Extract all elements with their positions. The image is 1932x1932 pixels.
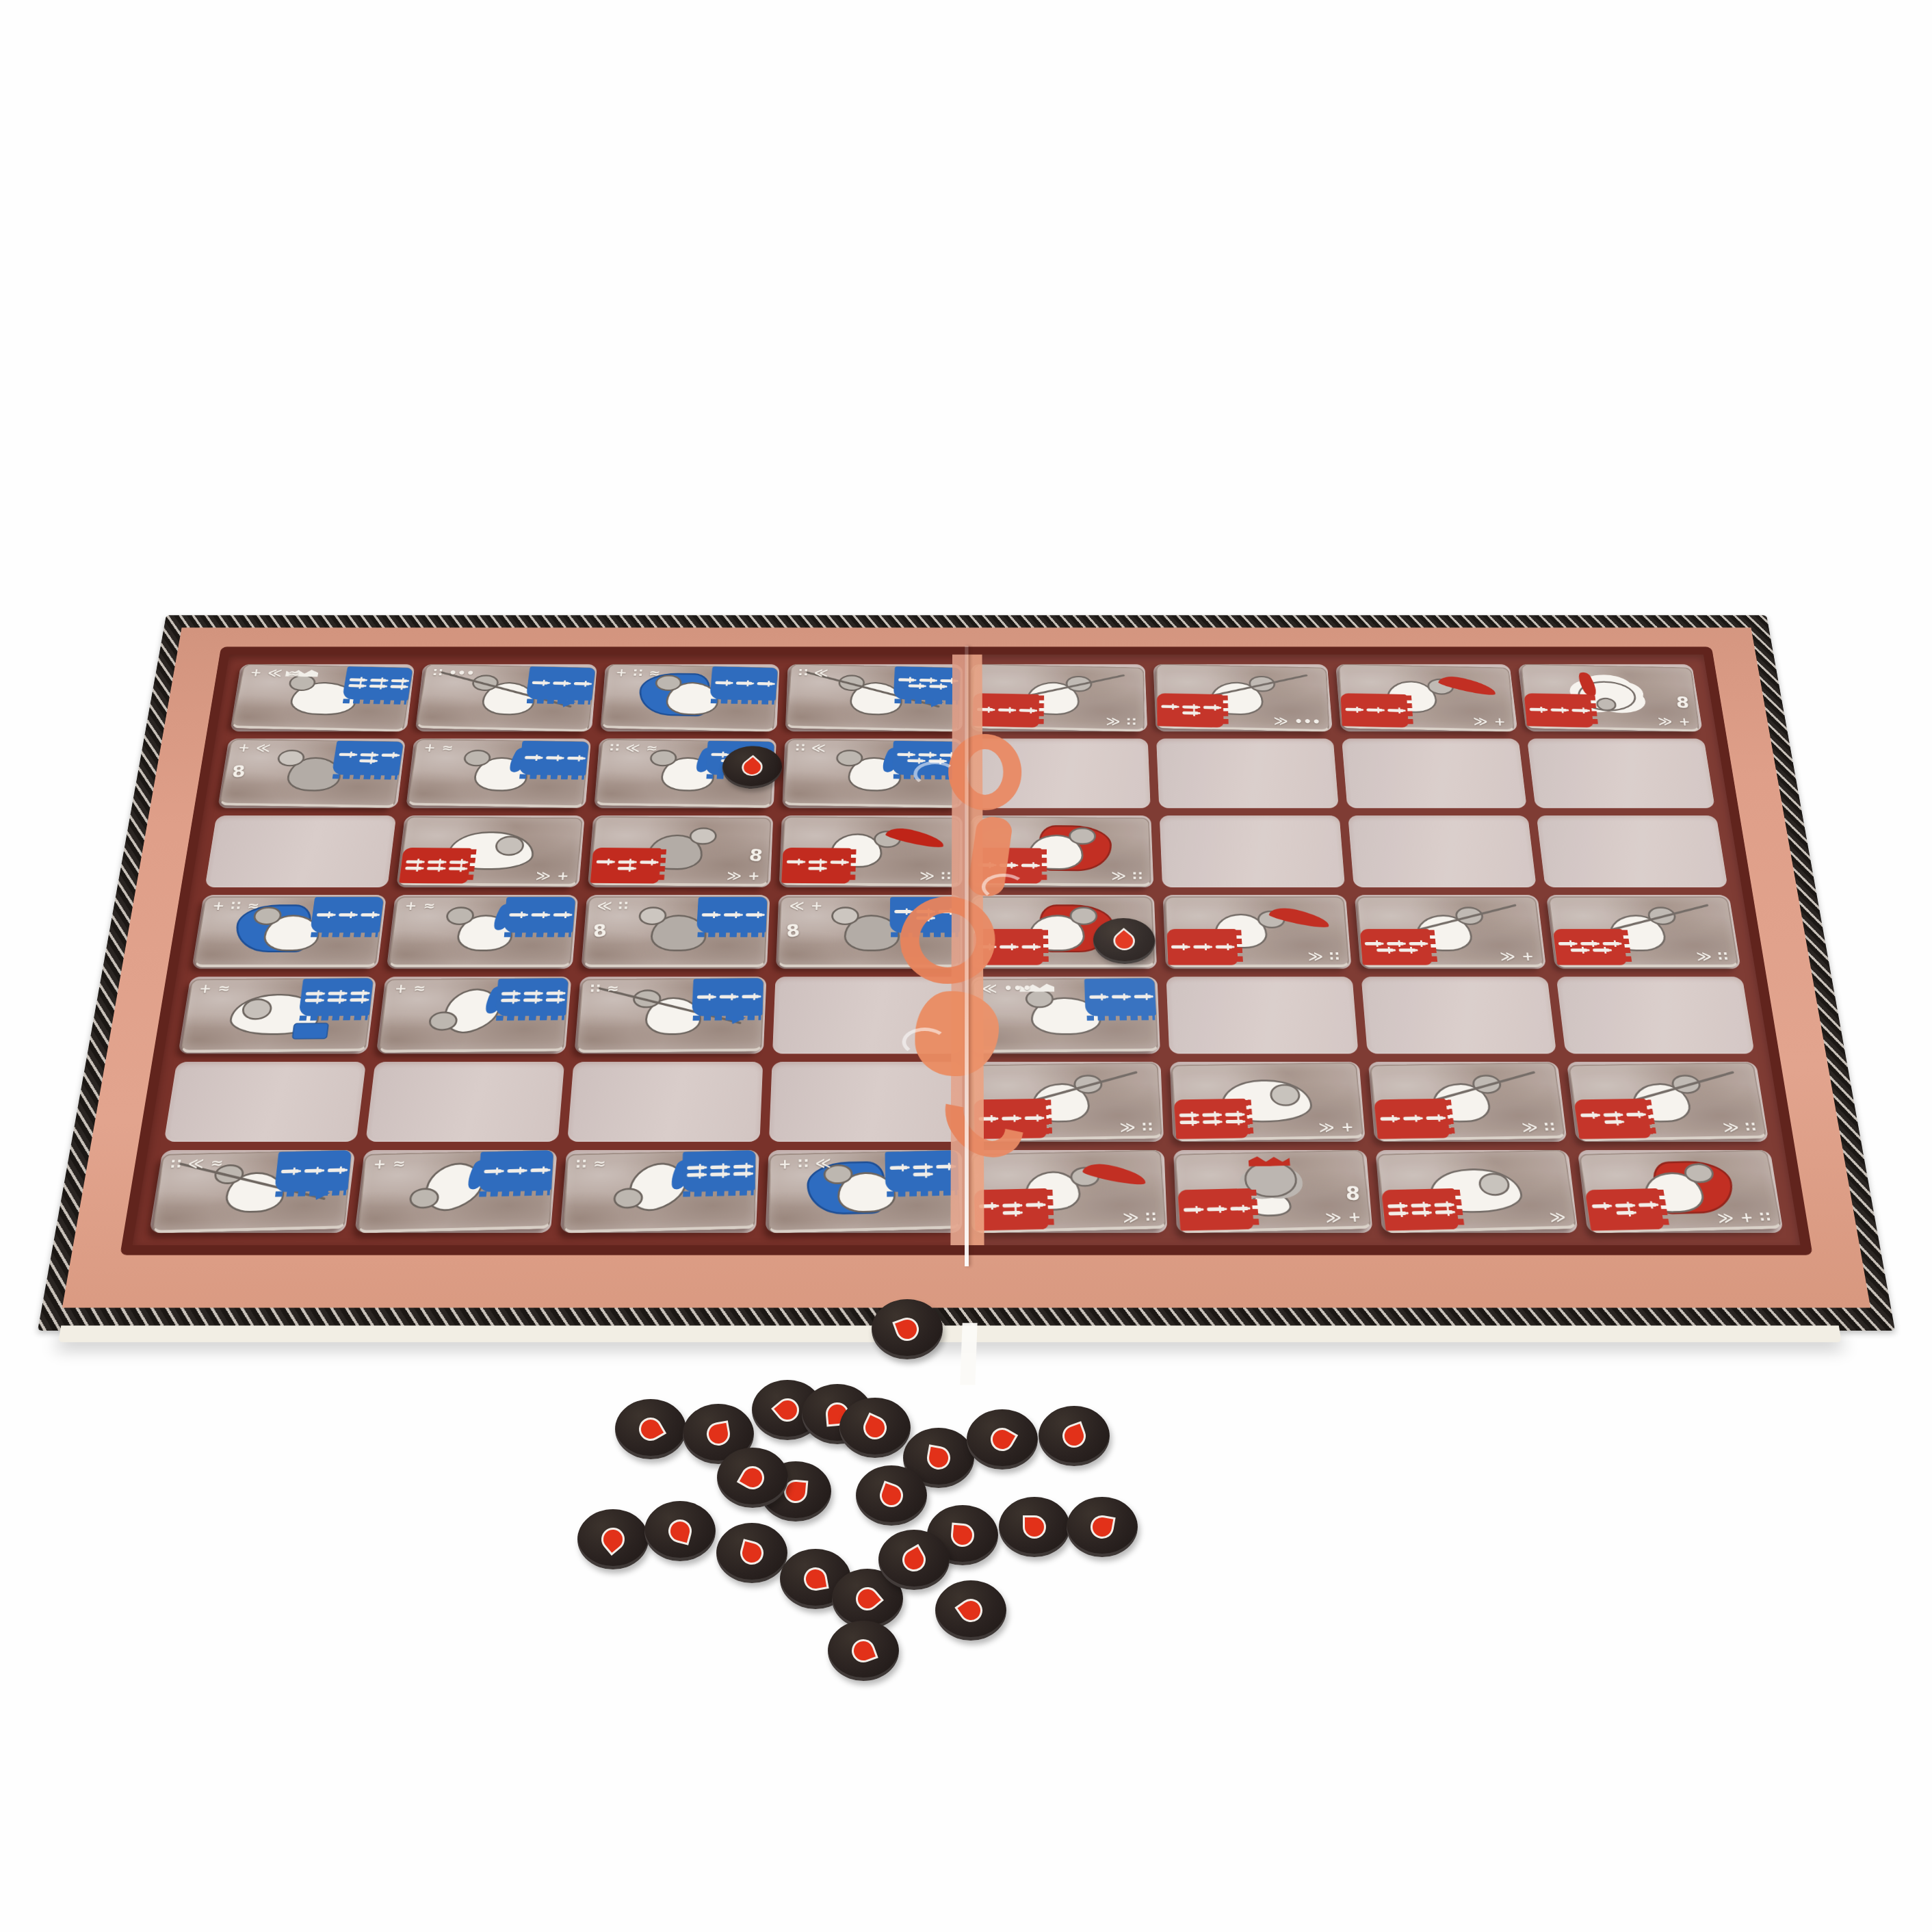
ability-icon: ∷ xyxy=(798,1156,809,1171)
sword-icon xyxy=(405,867,422,870)
army-card-blue[interactable]: +∷≈ xyxy=(601,664,779,731)
strength-8-label: 8 xyxy=(1675,693,1689,712)
card-strength-flag xyxy=(1340,693,1409,727)
board-cell[interactable] xyxy=(1527,738,1715,808)
card-ability-icons: ≫+ xyxy=(1499,950,1535,964)
board-cell[interactable]: ≪••• xyxy=(971,977,1160,1054)
card-ability-icons: ≪∷ xyxy=(597,898,629,912)
army-card-red[interactable]: ≫∷ xyxy=(973,896,1155,967)
card-strength-flag xyxy=(709,666,778,701)
sword-icon xyxy=(1019,709,1035,712)
card-strength-flag xyxy=(310,897,384,933)
board-cell[interactable]: ≫ xyxy=(1375,1150,1578,1233)
blood-token[interactable] xyxy=(1039,1406,1110,1466)
sword-icon xyxy=(894,910,911,913)
army-card-blue[interactable]: +≈ xyxy=(358,1150,554,1233)
board-cell[interactable] xyxy=(164,1062,366,1142)
sword-icon xyxy=(1171,945,1188,949)
card-ability-icons: ∷≈ xyxy=(575,1156,606,1172)
army-card-blue[interactable]: ∷≈ xyxy=(563,1150,756,1233)
board-cell[interactable]: ≫∷ xyxy=(1162,895,1351,969)
army-card-red[interactable]: ≫ xyxy=(1376,1150,1577,1233)
ability-icon: + xyxy=(748,869,761,883)
board-cell[interactable]: ∷≪≈ xyxy=(594,738,776,808)
board-cell[interactable]: ∷≈ xyxy=(575,977,767,1054)
ability-icon: ≫ xyxy=(1273,714,1288,727)
sword-icon xyxy=(359,759,376,763)
sword-icon xyxy=(1179,1121,1197,1125)
board-cell[interactable]: ≫+8 xyxy=(1173,1150,1373,1233)
ability-icon: ≈ xyxy=(217,981,231,995)
sword-icon xyxy=(1402,1117,1420,1121)
sword-icon xyxy=(1388,1212,1407,1216)
blood-token[interactable] xyxy=(872,1299,943,1359)
blood-drop-icon xyxy=(737,1539,766,1567)
sword-icon xyxy=(348,684,365,688)
sword-icon xyxy=(316,913,333,917)
army-card-blue[interactable]: ≪••• xyxy=(972,978,1158,1053)
ability-icon: ∷ xyxy=(798,666,809,679)
army-card-red[interactable]: ≫∷ xyxy=(781,816,961,886)
board-cell[interactable]: +≈ xyxy=(406,738,591,808)
blood-drop-icon xyxy=(597,1523,629,1556)
sword-icon xyxy=(702,913,719,917)
sword-icon xyxy=(1616,1211,1634,1215)
ability-icon: ≫ xyxy=(1324,1210,1342,1226)
blood-token[interactable] xyxy=(999,1497,1070,1557)
blood-token[interactable] xyxy=(717,1448,788,1508)
card-strength-flag xyxy=(696,897,768,933)
sword-icon xyxy=(640,861,657,864)
sword-icon xyxy=(1603,1113,1621,1117)
blood-drop-icon xyxy=(1109,928,1139,954)
army-card-blue[interactable]: +≈ xyxy=(407,739,590,808)
sword-icon xyxy=(1409,942,1426,945)
board-cell[interactable]: +∷≪ xyxy=(766,1150,962,1233)
board-cell[interactable] xyxy=(1166,977,1358,1054)
ability-icon: + xyxy=(1493,715,1506,728)
sword-icon xyxy=(1365,942,1382,945)
army-card-red[interactable]: ≫••• xyxy=(1156,664,1329,731)
blood-drop-icon xyxy=(950,1523,976,1548)
ability-icon: + xyxy=(394,981,408,995)
sword-icon xyxy=(1225,1120,1243,1124)
sword-icon xyxy=(369,685,385,688)
board-cell[interactable]: +≪≈ xyxy=(230,664,415,731)
sword-icon xyxy=(304,1169,322,1173)
sword-icon xyxy=(1201,1113,1219,1117)
ability-icon: ≪ xyxy=(597,898,613,912)
ability-icon: ≫ xyxy=(1716,1210,1735,1226)
board-cell[interactable]: ≪∷8 xyxy=(582,895,770,969)
board-cell[interactable] xyxy=(1361,977,1556,1054)
card-ability-icons: +≪≈ xyxy=(249,666,300,679)
card-strength-flag xyxy=(590,848,662,883)
sword-icon xyxy=(339,913,356,917)
ability-icon: + xyxy=(198,981,212,995)
sword-icon xyxy=(1411,1204,1429,1208)
ability-icon: + xyxy=(779,1156,792,1172)
board-cell[interactable] xyxy=(1537,815,1728,887)
ability-icon: ≪ xyxy=(814,666,829,679)
ability-icon: ≫ xyxy=(1307,950,1324,964)
army-card-blue[interactable]: ∷≈ xyxy=(577,978,764,1053)
card-strength-flag xyxy=(1381,1188,1459,1231)
ability-icon: ≫ xyxy=(1521,1119,1539,1135)
ability-icon: ≫ xyxy=(1695,950,1713,964)
blood-drop-icon xyxy=(851,1582,884,1615)
board-cell[interactable]: ∷••• xyxy=(415,664,597,731)
ability-icon: ∷ xyxy=(1141,1119,1153,1135)
army-card-blue[interactable]: +≪≈ xyxy=(231,664,414,731)
board-cell[interactable]: ∷≈ xyxy=(560,1150,760,1233)
card-ability-icons: +∷≈ xyxy=(211,898,261,912)
board-cell[interactable]: +∷≈ xyxy=(192,895,387,969)
board-cell[interactable]: ≫∷ xyxy=(971,895,1157,969)
card-strength-flag xyxy=(1374,1099,1450,1139)
blood-token[interactable] xyxy=(856,1465,927,1526)
army-card-red[interactable]: ≫+ xyxy=(1356,896,1544,967)
card-ability-icons: +∷≈ xyxy=(615,666,661,679)
ability-icon: ≪ xyxy=(811,741,826,754)
army-card-red[interactable]: ≫∷ xyxy=(1548,896,1739,967)
sword-icon xyxy=(907,759,924,763)
ability-icon: ∷ xyxy=(609,741,620,754)
board-field: +≪≈∷•••+∷≈∷≪≫∷≫•••≫+≫+8+≪8+≈∷≪≈∷≪≫+≫+8≫∷… xyxy=(120,647,1812,1255)
sword-icon xyxy=(1593,948,1610,952)
board-cell[interactable]: +≈ xyxy=(387,895,579,969)
board-cell[interactable]: ≫+ xyxy=(1335,664,1517,731)
army-card-red[interactable]: ≫∷ xyxy=(971,664,1145,731)
sword-icon xyxy=(391,679,407,683)
sword-icon xyxy=(1216,945,1233,949)
sword-icon xyxy=(501,999,519,1002)
board-logo-fragment xyxy=(948,734,1022,810)
board-cell[interactable] xyxy=(1156,738,1339,808)
army-card-red[interactable]: ≫+8 xyxy=(1521,664,1700,731)
sword-icon xyxy=(719,995,736,999)
sword-icon xyxy=(1387,1204,1405,1208)
army-card-red[interactable]: ≫∷ xyxy=(1568,1062,1767,1142)
card-ability-icons: ∷≈ xyxy=(590,981,620,995)
sword-icon xyxy=(787,861,804,864)
sword-icon xyxy=(428,861,445,864)
ability-icon: ≪ xyxy=(981,981,997,995)
army-card-blue[interactable]: +≪8 xyxy=(219,739,404,808)
army-card-red[interactable]: ≫+∷ xyxy=(1579,1150,1782,1233)
ability-icon: ≫ xyxy=(1721,1119,1740,1135)
card-ability-icons: ∷≪≈ xyxy=(170,1155,224,1172)
army-card-red[interactable]: ≫∷ xyxy=(972,1150,1166,1233)
army-card-red[interactable]: ≫+8 xyxy=(1174,1150,1371,1233)
sword-icon xyxy=(830,861,847,864)
sword-icon xyxy=(525,756,541,759)
army-card-red[interactable]: ≫+ xyxy=(398,816,584,886)
ability-icon: ≈ xyxy=(606,981,619,995)
board-cell[interactable] xyxy=(1348,815,1537,887)
ability-icon: ≈ xyxy=(593,1156,607,1171)
board-cell[interactable] xyxy=(769,1062,962,1142)
sword-icon xyxy=(1206,1207,1225,1212)
ability-icon: ∷ xyxy=(1145,1209,1156,1225)
ability-icon: ≫ xyxy=(727,868,742,882)
blood-drop-icon xyxy=(848,1636,878,1666)
sword-icon xyxy=(1626,1113,1644,1117)
card-ability-icons: +≈ xyxy=(198,981,231,996)
ability-icon: ≈ xyxy=(392,1156,406,1171)
ability-icon: + xyxy=(373,1156,387,1172)
blood-token-on-card[interactable] xyxy=(1093,918,1156,964)
blood-drop-icon xyxy=(859,1412,890,1443)
sword-icon xyxy=(1411,1211,1430,1215)
blood-token[interactable] xyxy=(839,1398,911,1458)
sword-icon xyxy=(1183,1208,1201,1212)
board-cell[interactable]: ≫∷ xyxy=(1567,1062,1769,1142)
board-cell[interactable]: +≈ xyxy=(354,1150,558,1233)
sword-icon xyxy=(360,753,377,757)
sword-icon xyxy=(370,679,387,682)
card-strength-flag xyxy=(342,666,413,701)
card-ability-icons: ≫+ xyxy=(1472,714,1506,728)
sword-icon xyxy=(687,1166,705,1170)
sword-icon xyxy=(1002,1211,1021,1215)
blood-drop-icon xyxy=(802,1565,828,1592)
card-strength-flag xyxy=(781,848,851,883)
card-ability-icons: +≈ xyxy=(423,741,454,755)
ability-icon: + xyxy=(237,741,251,754)
blood-token[interactable] xyxy=(878,1530,950,1590)
ability-icon: + xyxy=(1340,1119,1355,1135)
army-card-blue[interactable]: ∷≪≈ xyxy=(595,739,775,808)
board-cell[interactable] xyxy=(365,1062,564,1142)
sword-icon xyxy=(618,861,635,864)
blood-token[interactable] xyxy=(716,1523,787,1583)
ability-icon: + xyxy=(1678,715,1690,728)
board-cell[interactable]: ≫∷ xyxy=(971,664,1147,731)
board-cell[interactable] xyxy=(1159,815,1344,887)
board-cell[interactable]: ≫+8 xyxy=(1518,664,1703,731)
strength-8-label: 8 xyxy=(785,920,801,941)
board-cell[interactable]: ≫+8 xyxy=(588,815,773,887)
blood-drop-icon xyxy=(737,1462,768,1493)
blood-token-on-card[interactable] xyxy=(721,746,783,789)
card-strength-flag xyxy=(274,1150,352,1192)
sword-icon xyxy=(1426,1117,1444,1121)
board-cell[interactable]: +∷≈ xyxy=(600,664,779,731)
board-cell[interactable] xyxy=(567,1062,763,1142)
sword-icon xyxy=(553,913,570,917)
sword-icon xyxy=(427,867,444,870)
sword-icon xyxy=(724,913,741,917)
sword-icon xyxy=(1024,1117,1042,1121)
blood-drop-icon xyxy=(925,1444,952,1471)
board-cell[interactable]: ≫∷ xyxy=(779,815,962,887)
sword-icon xyxy=(523,992,541,995)
board-under-edge xyxy=(58,1326,1842,1342)
sword-icon xyxy=(757,682,773,686)
photo-stage: +≪≈∷•••+∷≈∷≪≫∷≫•••≫+≫+8+≪8+≈∷≪≈∷≪≫+≫+8≫∷… xyxy=(0,0,1932,1932)
fold-decor-squiggle xyxy=(913,761,956,787)
ability-icon: ••• xyxy=(1294,715,1321,729)
army-card-blue[interactable]: +∷≈ xyxy=(194,896,384,967)
army-card-blue[interactable]: +≈ xyxy=(378,978,569,1053)
ability-icon: ≫ xyxy=(1657,714,1673,727)
sword-icon xyxy=(1435,1211,1453,1215)
card-ability-icons: +≪ xyxy=(237,741,272,755)
sword-icon xyxy=(448,867,465,870)
card-strength-flag xyxy=(298,978,374,1016)
card-strength-flag xyxy=(682,1150,756,1192)
board-cell[interactable]: ≫∷ xyxy=(971,1150,1167,1233)
sword-icon xyxy=(1134,995,1151,999)
ability-icon: ∷ xyxy=(1126,715,1136,728)
card-strength-flag xyxy=(1553,928,1628,965)
blood-token[interactable] xyxy=(615,1399,686,1459)
ability-icon: ∷ xyxy=(941,869,951,883)
ability-icon: + xyxy=(423,741,436,754)
board-cell[interactable]: ∷≪≈ xyxy=(149,1150,355,1233)
ability-icon: ∷ xyxy=(618,898,629,912)
sword-icon xyxy=(898,679,915,682)
sword-icon xyxy=(1387,942,1404,945)
ability-icon: + xyxy=(211,898,226,912)
blood-token[interactable] xyxy=(1067,1497,1138,1557)
army-card-red[interactable]: ≫+8 xyxy=(590,816,772,886)
ability-icon: + xyxy=(249,666,263,679)
ability-icon: ≈ xyxy=(649,666,662,679)
sword-icon xyxy=(1025,1203,1043,1207)
sword-icon xyxy=(531,913,548,917)
ability-icon: ≪ xyxy=(815,1155,831,1171)
board-cell[interactable]: ≫∷ xyxy=(1546,895,1741,969)
sword-icon xyxy=(687,1173,705,1177)
board-cell[interactable]: ∷≪ xyxy=(785,664,962,731)
ability-icon: ≪ xyxy=(187,1156,205,1171)
sword-icon xyxy=(381,754,398,757)
sword-icon xyxy=(1021,945,1039,949)
blood-drop-icon xyxy=(635,1413,666,1445)
sword-icon xyxy=(361,913,378,917)
sword-icon xyxy=(897,753,913,757)
card-ability-icons: ≫∷ xyxy=(1111,868,1143,883)
ability-icon: ≈ xyxy=(646,742,659,755)
sword-icon xyxy=(546,757,562,760)
sword-icon xyxy=(305,993,323,996)
board-cell[interactable]: ≫+ xyxy=(1355,895,1547,969)
ability-icon: ≪ xyxy=(789,898,805,912)
board-cell[interactable] xyxy=(1342,738,1527,808)
board-logo-fragment xyxy=(900,897,995,984)
army-card-blue[interactable]: +∷≪ xyxy=(769,1150,961,1233)
blood-drop-icon xyxy=(987,1424,1018,1455)
blood-token[interactable] xyxy=(935,1580,1006,1641)
blood-token[interactable] xyxy=(828,1621,899,1681)
ability-icon: ≫ xyxy=(535,868,551,882)
sword-icon xyxy=(1111,995,1128,999)
sword-icon xyxy=(909,685,925,688)
card-ability-icons: ≫∷ xyxy=(919,868,951,883)
army-card-blue[interactable]: ≪∷8 xyxy=(584,896,768,967)
sword-icon xyxy=(1604,1121,1622,1125)
sword-icon xyxy=(1570,948,1588,952)
ability-icon: ≪ xyxy=(625,741,641,754)
card-strength-flag xyxy=(526,666,596,701)
army-card-red[interactable]: ≫∷ xyxy=(1164,896,1349,967)
army-card-blue[interactable]: ∷••• xyxy=(417,664,597,731)
sword-icon xyxy=(710,1173,728,1177)
ability-icon: ≈ xyxy=(209,1155,224,1171)
board-cell[interactable]: ≫+ xyxy=(396,815,585,887)
sword-icon xyxy=(546,992,564,995)
board-cell[interactable]: +≪8 xyxy=(218,738,406,808)
sword-icon xyxy=(1615,1204,1633,1208)
board-cell[interactable] xyxy=(1556,977,1755,1054)
sword-icon xyxy=(596,861,613,864)
card-strength-flag xyxy=(893,666,961,701)
blood-token[interactable] xyxy=(644,1501,716,1561)
army-card-red[interactable]: ≫∷ xyxy=(1370,1062,1565,1142)
ability-icon: ••• xyxy=(447,666,475,679)
ability-icon: ∷ xyxy=(590,981,601,995)
sword-icon xyxy=(1179,1114,1197,1118)
card-strength-flag xyxy=(1359,928,1433,965)
sword-icon xyxy=(1000,945,1017,949)
sword-icon xyxy=(697,995,714,999)
sword-icon xyxy=(1088,995,1106,999)
sword-icon xyxy=(390,686,406,689)
sword-icon xyxy=(1398,948,1415,952)
army-card-blue[interactable]: ∷≪≈ xyxy=(153,1150,352,1233)
card-strength-flag xyxy=(1585,1188,1665,1231)
army-card-red[interactable]: ≫+ xyxy=(1338,664,1515,731)
ability-icon: ∷ xyxy=(1717,950,1729,964)
sword-icon xyxy=(1203,706,1219,709)
army-card-red[interactable]: ≫+ xyxy=(1171,1062,1363,1142)
ability-icon: + xyxy=(615,666,628,679)
ability-icon: + xyxy=(1738,1209,1754,1225)
sword-icon xyxy=(350,992,368,995)
card-ability-icons: ∷≪ xyxy=(795,741,826,755)
sword-icon xyxy=(509,913,526,917)
army-card-blue[interactable]: +≈ xyxy=(389,896,577,967)
army-card-blue[interactable]: +≈ xyxy=(181,978,374,1053)
blood-drop-icon xyxy=(1023,1515,1046,1539)
card-ability-icons: ≫∷ xyxy=(1721,1119,1757,1135)
board-cell[interactable]: +≈ xyxy=(376,977,572,1054)
card-strength-flag xyxy=(332,741,404,776)
blood-token[interactable] xyxy=(967,1409,1038,1470)
sword-icon xyxy=(1550,709,1567,712)
sword-icon xyxy=(808,867,825,870)
card-ability-icons: ≫∷ xyxy=(1106,714,1136,728)
board-cell[interactable] xyxy=(205,815,396,887)
board-cell[interactable]: ≫••• xyxy=(1153,664,1332,731)
blood-token[interactable] xyxy=(577,1509,649,1569)
sword-icon xyxy=(1225,1113,1242,1117)
ability-icon: ∷ xyxy=(230,898,242,912)
board-cell[interactable]: ≫+∷ xyxy=(1578,1150,1784,1233)
card-strength-flag xyxy=(1177,1188,1254,1231)
army-card-blue[interactable]: ∷≪ xyxy=(786,664,961,731)
blood-drop-icon xyxy=(1088,1513,1115,1540)
board-cell[interactable]: ≫+ xyxy=(1169,1062,1365,1142)
blood-drop-icon xyxy=(771,1394,804,1426)
board-cell[interactable]: +≈ xyxy=(178,977,376,1054)
ability-icon: ≈ xyxy=(246,898,261,912)
board-cell[interactable]: ≫∷ xyxy=(1368,1062,1567,1142)
sword-icon xyxy=(733,1172,751,1176)
blood-drop-icon xyxy=(898,1544,930,1576)
